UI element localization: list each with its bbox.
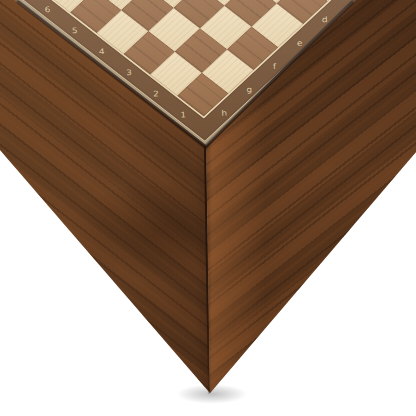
file-label-h: h [221,109,227,117]
rank-label-4: 4 [98,48,104,56]
rank-label-1: 1 [180,111,186,119]
file-label-g: g [247,86,253,94]
rank-label-3: 3 [126,69,132,77]
product-photo-stage: 1a2b3c4d5e6f7g8h [0,0,416,416]
rank-label-6: 6 [44,6,50,14]
rank-label-2: 2 [153,90,159,98]
file-label-f: f [273,63,277,71]
rank-label-5: 5 [71,27,77,35]
file-label-e: e [297,39,303,47]
